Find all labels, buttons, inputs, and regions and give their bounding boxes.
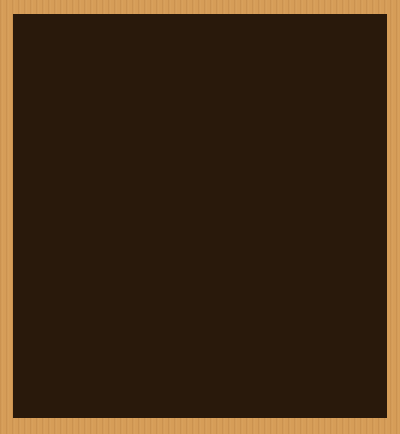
file-labels [13,0,387,14]
shogi-app [0,0,400,434]
board-grid [13,14,387,418]
rank-labels [387,14,400,418]
